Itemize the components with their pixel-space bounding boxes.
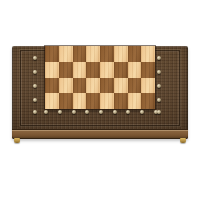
board-square-r3c6	[128, 93, 142, 109]
product-photo	[0, 0, 200, 200]
board-square-r1c2	[73, 62, 87, 78]
brass-stud-icon	[72, 110, 76, 114]
board-square-r0c0	[45, 46, 59, 62]
board-square-r2c7	[141, 78, 155, 94]
board-square-r0c2	[73, 46, 87, 62]
board-square-r0c4	[100, 46, 114, 62]
board-square-r2c3	[86, 78, 100, 94]
brass-stud-icon	[157, 84, 161, 88]
board-square-r3c3	[86, 93, 100, 109]
brass-stud-icon	[157, 98, 161, 102]
case-foot-left	[14, 138, 20, 143]
brass-stud-icon	[140, 110, 144, 114]
board-square-r2c6	[128, 78, 142, 94]
board-square-r0c5	[114, 46, 128, 62]
brass-stud-icon	[157, 56, 161, 60]
brass-stud-icon	[33, 70, 37, 74]
board-square-r1c6	[128, 62, 142, 78]
brass-stud-icon	[126, 110, 130, 114]
board-square-r3c1	[59, 93, 73, 109]
case-lower-shell-edge	[12, 129, 188, 139]
brass-stud-icon	[33, 84, 37, 88]
brass-stud-icon	[44, 110, 48, 114]
board-square-r1c0	[45, 62, 59, 78]
board-square-r0c1	[59, 46, 73, 62]
case-foot-right	[180, 138, 186, 143]
brass-stud-icon	[33, 98, 37, 102]
board-square-r1c7	[141, 62, 155, 78]
board-square-r1c3	[86, 62, 100, 78]
board-square-r1c4	[100, 62, 114, 78]
board-square-r3c2	[73, 93, 87, 109]
board-square-r2c0	[45, 78, 59, 94]
brass-stud-icon	[157, 70, 161, 74]
brass-stud-icon	[58, 110, 62, 114]
board-square-r0c6	[128, 46, 142, 62]
board-square-r2c1	[59, 78, 73, 94]
board-square-r1c1	[59, 62, 73, 78]
brass-stud-icon	[157, 110, 161, 114]
brass-stud-icon	[99, 110, 103, 114]
board-square-r2c2	[73, 78, 87, 94]
board-square-r3c5	[114, 93, 128, 109]
board-square-r0c7	[141, 46, 155, 62]
brass-stud-icon	[33, 56, 37, 60]
board-square-r0c3	[86, 46, 100, 62]
board-square-r3c7	[141, 93, 155, 109]
brass-stud-icon	[85, 110, 89, 114]
board-square-r2c4	[100, 78, 114, 94]
brass-stud-icon	[113, 110, 117, 114]
board-square-r3c0	[45, 93, 59, 109]
board-square-r3c4	[100, 93, 114, 109]
board-square-r2c5	[114, 78, 128, 94]
brass-stud-icon	[33, 110, 37, 114]
board-square-r1c5	[114, 62, 128, 78]
chess-case	[12, 46, 188, 139]
chessboard-half	[45, 46, 155, 109]
